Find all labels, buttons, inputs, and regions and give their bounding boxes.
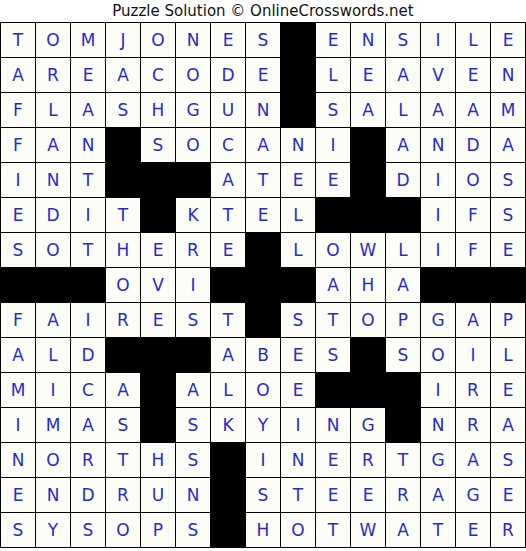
black-cell-r8c13 xyxy=(421,268,455,302)
letter-cell-r3c1: F xyxy=(1,93,35,127)
letter-cell-r9c14: A xyxy=(456,303,490,337)
letter-cell-r6c9: L xyxy=(281,198,315,232)
letter-cell-r14c13: A xyxy=(421,478,455,512)
letter-cell-r13c3: R xyxy=(71,443,105,477)
letter-cell-r7c2: O xyxy=(36,233,70,267)
letter-cell-r14c14: G xyxy=(456,478,490,512)
letter-cell-r15c5: P xyxy=(141,513,175,547)
letter-cell-r13c5: H xyxy=(141,443,175,477)
black-cell-r4c11 xyxy=(351,128,385,162)
letter-cell-r4c13: N xyxy=(421,128,455,162)
letter-cell-r10c10: S xyxy=(316,338,350,372)
letter-cell-r8c6: I xyxy=(176,268,210,302)
black-cell-r3c9 xyxy=(281,93,315,127)
letter-cell-r12c14: R xyxy=(456,408,490,442)
letter-cell-r2c5: C xyxy=(141,58,175,92)
letter-cell-r15c6: S xyxy=(176,513,210,547)
letter-cell-r11c6: A xyxy=(176,373,210,407)
letter-cell-r12c2: M xyxy=(36,408,70,442)
letter-cell-r13c9: N xyxy=(281,443,315,477)
black-cell-r5c4 xyxy=(106,163,140,197)
letter-cell-r12c13: N xyxy=(421,408,455,442)
letter-cell-r10c13: O xyxy=(421,338,455,372)
letter-cell-r6c8: E xyxy=(246,198,280,232)
letter-cell-r11c9: E xyxy=(281,373,315,407)
black-cell-r11c10 xyxy=(316,373,350,407)
letter-cell-r3c5: H xyxy=(141,93,175,127)
letter-cell-r3c6: G xyxy=(176,93,210,127)
letter-cell-r7c1: S xyxy=(1,233,35,267)
letter-cell-r2c10: L xyxy=(316,58,350,92)
black-cell-r8c8 xyxy=(246,268,280,302)
letter-cell-r1c4: J xyxy=(106,23,140,57)
black-cell-r15c7 xyxy=(211,513,245,547)
letter-cell-r2c13: V xyxy=(421,58,455,92)
letter-cell-r6c6: K xyxy=(176,198,210,232)
black-cell-r10c6 xyxy=(176,338,210,372)
letter-cell-r4c8: A xyxy=(246,128,280,162)
letter-cell-r10c8: B xyxy=(246,338,280,372)
letter-cell-r12c4: S xyxy=(106,408,140,442)
letter-cell-r15c4: O xyxy=(106,513,140,547)
letter-cell-r5c8: T xyxy=(246,163,280,197)
letter-cell-r12c3: A xyxy=(71,408,105,442)
letter-cell-r2c6: O xyxy=(176,58,210,92)
letter-cell-r14c9: T xyxy=(281,478,315,512)
letter-cell-r11c15: E xyxy=(491,373,525,407)
letter-cell-r10c15: L xyxy=(491,338,525,372)
letter-cell-r12c7: K xyxy=(211,408,245,442)
letter-cell-r1c7: E xyxy=(211,23,245,57)
letter-cell-r2c4: A xyxy=(106,58,140,92)
letter-cell-r14c6: N xyxy=(176,478,210,512)
letter-cell-r6c4: T xyxy=(106,198,140,232)
letter-cell-r14c10: E xyxy=(316,478,350,512)
letter-cell-r4c5: S xyxy=(141,128,175,162)
letter-cell-r12c6: S xyxy=(176,408,210,442)
black-cell-r13c7 xyxy=(211,443,245,477)
letter-cell-r1c14: L xyxy=(456,23,490,57)
letter-cell-r7c7: E xyxy=(211,233,245,267)
letter-cell-r13c4: T xyxy=(106,443,140,477)
letter-cell-r3c13: A xyxy=(421,93,455,127)
black-cell-r14c7 xyxy=(211,478,245,512)
letter-cell-r12c1: I xyxy=(1,408,35,442)
black-cell-r10c4 xyxy=(106,338,140,372)
letter-cell-r11c7: L xyxy=(211,373,245,407)
black-cell-r11c12 xyxy=(386,373,420,407)
letter-cell-r10c1: A xyxy=(1,338,35,372)
letter-cell-r2c11: E xyxy=(351,58,385,92)
letter-cell-r15c9: O xyxy=(281,513,315,547)
black-cell-r8c2 xyxy=(36,268,70,302)
letter-cell-r3c10: S xyxy=(316,93,350,127)
black-cell-r10c11 xyxy=(351,338,385,372)
black-cell-r6c10 xyxy=(316,198,350,232)
letter-cell-r15c12: A xyxy=(386,513,420,547)
letter-cell-r2c14: E xyxy=(456,58,490,92)
letter-cell-r7c11: W xyxy=(351,233,385,267)
letter-cell-r11c2: I xyxy=(36,373,70,407)
letter-cell-r1c13: I xyxy=(421,23,455,57)
black-cell-r5c5 xyxy=(141,163,175,197)
letter-cell-r11c4: A xyxy=(106,373,140,407)
letter-cell-r5c13: I xyxy=(421,163,455,197)
letter-cell-r6c13: I xyxy=(421,198,455,232)
black-cell-r11c11 xyxy=(351,373,385,407)
black-cell-r4c4 xyxy=(106,128,140,162)
letter-cell-r5c3: T xyxy=(71,163,105,197)
letter-cell-r5c14: O xyxy=(456,163,490,197)
letter-cell-r3c12: L xyxy=(386,93,420,127)
letter-cell-r7c14: F xyxy=(456,233,490,267)
letter-cell-r11c8: O xyxy=(246,373,280,407)
letter-cell-r5c9: E xyxy=(281,163,315,197)
letter-cell-r2c8: E xyxy=(246,58,280,92)
letter-cell-r9c3: I xyxy=(71,303,105,337)
letter-cell-r8c12: A xyxy=(386,268,420,302)
letter-cell-r1c15: E xyxy=(491,23,525,57)
letter-cell-r14c5: U xyxy=(141,478,175,512)
letter-cell-r8c5: V xyxy=(141,268,175,302)
letter-cell-r5c7: A xyxy=(211,163,245,197)
letter-cell-r8c4: O xyxy=(106,268,140,302)
letter-cell-r7c5: E xyxy=(141,233,175,267)
letter-cell-r3c11: A xyxy=(351,93,385,127)
black-cell-r9c8 xyxy=(246,303,280,337)
letter-cell-r9c12: P xyxy=(386,303,420,337)
letter-cell-r11c13: I xyxy=(421,373,455,407)
black-cell-r5c11 xyxy=(351,163,385,197)
letter-cell-r1c5: O xyxy=(141,23,175,57)
letter-cell-r13c11: R xyxy=(351,443,385,477)
letter-cell-r7c3: T xyxy=(71,233,105,267)
letter-cell-r1c8: S xyxy=(246,23,280,57)
letter-cell-r3c7: U xyxy=(211,93,245,127)
letter-cell-r13c10: E xyxy=(316,443,350,477)
letter-cell-r10c14: I xyxy=(456,338,490,372)
letter-cell-r9c13: G xyxy=(421,303,455,337)
letter-cell-r10c12: S xyxy=(386,338,420,372)
letter-cell-r15c8: H xyxy=(246,513,280,547)
letter-cell-r7c13: I xyxy=(421,233,455,267)
black-cell-r6c12 xyxy=(386,198,420,232)
black-cell-r8c14 xyxy=(456,268,490,302)
letter-cell-r12c9: I xyxy=(281,408,315,442)
letter-cell-r2c1: A xyxy=(1,58,35,92)
letter-cell-r5c10: E xyxy=(316,163,350,197)
letter-cell-r4c1: F xyxy=(1,128,35,162)
letter-cell-r4c9: N xyxy=(281,128,315,162)
letter-cell-r3c3: A xyxy=(71,93,105,127)
letter-cell-r12c15: A xyxy=(491,408,525,442)
letter-cell-r15c3: S xyxy=(71,513,105,547)
black-cell-r6c11 xyxy=(351,198,385,232)
letter-cell-r7c6: R xyxy=(176,233,210,267)
letter-cell-r13c2: O xyxy=(36,443,70,477)
letter-cell-r14c4: R xyxy=(106,478,140,512)
letter-cell-r4c10: I xyxy=(316,128,350,162)
letter-cell-r8c11: H xyxy=(351,268,385,302)
letter-cell-r15c1: S xyxy=(1,513,35,547)
letter-cell-r2c12: A xyxy=(386,58,420,92)
letter-cell-r3c15: M xyxy=(491,93,525,127)
letter-cell-r7c15: E xyxy=(491,233,525,267)
letter-cell-r4c14: D xyxy=(456,128,490,162)
letter-cell-r14c12: R xyxy=(386,478,420,512)
letter-cell-r14c2: N xyxy=(36,478,70,512)
letter-cell-r13c15: S xyxy=(491,443,525,477)
letter-cell-r13c8: I xyxy=(246,443,280,477)
black-cell-r8c15 xyxy=(491,268,525,302)
letter-cell-r15c10: T xyxy=(316,513,350,547)
letter-cell-r4c3: N xyxy=(71,128,105,162)
letter-cell-r15c13: T xyxy=(421,513,455,547)
letter-cell-r12c11: G xyxy=(351,408,385,442)
letter-cell-r2c3: E xyxy=(71,58,105,92)
black-cell-r8c3 xyxy=(71,268,105,302)
letter-cell-r11c1: M xyxy=(1,373,35,407)
letter-cell-r7c9: L xyxy=(281,233,315,267)
letter-cell-r12c8: Y xyxy=(246,408,280,442)
letter-cell-r7c12: L xyxy=(386,233,420,267)
letter-cell-r6c15: S xyxy=(491,198,525,232)
letter-cell-r4c15: A xyxy=(491,128,525,162)
letter-cell-r1c2: O xyxy=(36,23,70,57)
letter-cell-r9c5: E xyxy=(141,303,175,337)
letter-cell-r2c15: N xyxy=(491,58,525,92)
letter-cell-r5c15: S xyxy=(491,163,525,197)
crossword-grid: TOMJONESENSILEAREACODELEAVENFLASHGUNSALA… xyxy=(0,22,526,548)
black-cell-r7c8 xyxy=(246,233,280,267)
black-cell-r8c7 xyxy=(211,268,245,302)
letter-cell-r9c1: F xyxy=(1,303,35,337)
letter-cell-r10c3: D xyxy=(71,338,105,372)
letter-cell-r14c3: D xyxy=(71,478,105,512)
letter-cell-r9c15: P xyxy=(491,303,525,337)
letter-cell-r1c11: N xyxy=(351,23,385,57)
letter-cell-r9c10: T xyxy=(316,303,350,337)
black-cell-r12c5 xyxy=(141,408,175,442)
letter-cell-r5c1: I xyxy=(1,163,35,197)
letter-cell-r13c1: N xyxy=(1,443,35,477)
black-cell-r10c5 xyxy=(141,338,175,372)
black-cell-r2c9 xyxy=(281,58,315,92)
letter-cell-r1c12: S xyxy=(386,23,420,57)
black-cell-r8c1 xyxy=(1,268,35,302)
letter-cell-r1c1: T xyxy=(1,23,35,57)
letter-cell-r3c2: L xyxy=(36,93,70,127)
letter-cell-r10c9: E xyxy=(281,338,315,372)
letter-cell-r4c7: C xyxy=(211,128,245,162)
letter-cell-r4c6: O xyxy=(176,128,210,162)
letter-cell-r13c12: T xyxy=(386,443,420,477)
black-cell-r6c5 xyxy=(141,198,175,232)
letter-cell-r4c2: A xyxy=(36,128,70,162)
page-title: Puzzle Solution © OnlineCrosswords.net xyxy=(0,0,526,22)
letter-cell-r13c14: A xyxy=(456,443,490,477)
letter-cell-r14c1: E xyxy=(1,478,35,512)
letter-cell-r9c2: A xyxy=(36,303,70,337)
letter-cell-r13c13: G xyxy=(421,443,455,477)
letter-cell-r2c7: D xyxy=(211,58,245,92)
letter-cell-r14c11: E xyxy=(351,478,385,512)
letter-cell-r6c7: T xyxy=(211,198,245,232)
letter-cell-r6c1: E xyxy=(1,198,35,232)
black-cell-r11c5 xyxy=(141,373,175,407)
letter-cell-r4c12: A xyxy=(386,128,420,162)
letter-cell-r11c14: R xyxy=(456,373,490,407)
letter-cell-r8c10: A xyxy=(316,268,350,302)
letter-cell-r5c12: D xyxy=(386,163,420,197)
letter-cell-r13c6: S xyxy=(176,443,210,477)
letter-cell-r3c4: S xyxy=(106,93,140,127)
black-cell-r5c6 xyxy=(176,163,210,197)
letter-cell-r3c8: N xyxy=(246,93,280,127)
letter-cell-r9c4: R xyxy=(106,303,140,337)
black-cell-r8c9 xyxy=(281,268,315,302)
letter-cell-r3c14: A xyxy=(456,93,490,127)
letter-cell-r9c7: T xyxy=(211,303,245,337)
letter-cell-r15c14: E xyxy=(456,513,490,547)
letter-cell-r5c2: N xyxy=(36,163,70,197)
letter-cell-r1c6: N xyxy=(176,23,210,57)
letter-cell-r15c2: Y xyxy=(36,513,70,547)
letter-cell-r6c14: F xyxy=(456,198,490,232)
letter-cell-r9c11: O xyxy=(351,303,385,337)
letter-cell-r10c2: L xyxy=(36,338,70,372)
letter-cell-r1c3: M xyxy=(71,23,105,57)
letter-cell-r1c10: E xyxy=(316,23,350,57)
letter-cell-r11c3: C xyxy=(71,373,105,407)
letter-cell-r9c6: S xyxy=(176,303,210,337)
letter-cell-r9c9: S xyxy=(281,303,315,337)
letter-cell-r7c4: H xyxy=(106,233,140,267)
letter-cell-r2c2: R xyxy=(36,58,70,92)
letter-cell-r14c8: S xyxy=(246,478,280,512)
letter-cell-r12c10: N xyxy=(316,408,350,442)
letter-cell-r6c2: D xyxy=(36,198,70,232)
letter-cell-r6c3: I xyxy=(71,198,105,232)
letter-cell-r7c10: O xyxy=(316,233,350,267)
letter-cell-r15c15: R xyxy=(491,513,525,547)
letter-cell-r15c11: W xyxy=(351,513,385,547)
black-cell-r1c9 xyxy=(281,23,315,57)
letter-cell-r14c15: E xyxy=(491,478,525,512)
black-cell-r12c12 xyxy=(386,408,420,442)
letter-cell-r10c7: A xyxy=(211,338,245,372)
